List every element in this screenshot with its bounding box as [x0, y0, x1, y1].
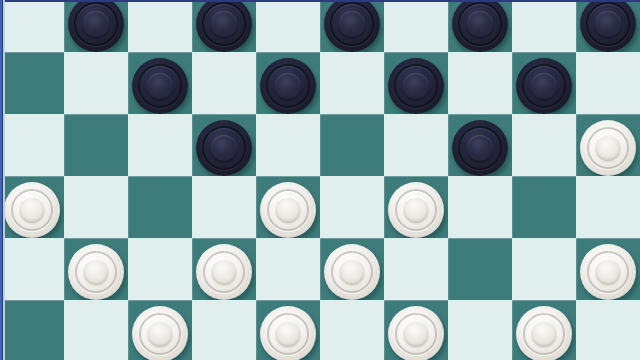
- board-square[interactable]: [64, 0, 128, 52]
- white-checker[interactable]: [324, 244, 380, 300]
- board-square[interactable]: [256, 300, 320, 360]
- board-square[interactable]: [384, 114, 448, 176]
- black-checker[interactable]: [196, 120, 252, 176]
- white-checker[interactable]: [68, 244, 124, 300]
- board-square[interactable]: [256, 114, 320, 176]
- white-checker[interactable]: [580, 120, 636, 176]
- board-square[interactable]: [192, 300, 256, 360]
- black-checker[interactable]: [132, 58, 188, 114]
- white-checker[interactable]: [516, 306, 572, 360]
- black-checker[interactable]: [452, 0, 508, 52]
- board-square[interactable]: [320, 0, 384, 52]
- board-square[interactable]: [256, 238, 320, 300]
- game-window: [0, 0, 640, 360]
- white-checker[interactable]: [132, 306, 188, 360]
- board-square[interactable]: [64, 114, 128, 176]
- board-square[interactable]: [192, 0, 256, 52]
- board-square[interactable]: [64, 52, 128, 114]
- board-square[interactable]: [576, 176, 640, 238]
- white-checker[interactable]: [388, 306, 444, 360]
- board-square[interactable]: [64, 238, 128, 300]
- board-square[interactable]: [448, 300, 512, 360]
- board-square[interactable]: [576, 0, 640, 52]
- window-frame-left: [0, 0, 5, 360]
- board-square[interactable]: [320, 114, 384, 176]
- board-square[interactable]: [256, 52, 320, 114]
- board-square[interactable]: [320, 52, 384, 114]
- board-square[interactable]: [576, 52, 640, 114]
- board-square[interactable]: [128, 238, 192, 300]
- black-checker[interactable]: [452, 120, 508, 176]
- window-frame-top: [0, 0, 640, 2]
- black-checker[interactable]: [260, 58, 316, 114]
- board-square[interactable]: [192, 114, 256, 176]
- board-square[interactable]: [384, 238, 448, 300]
- board-square[interactable]: [320, 300, 384, 360]
- board-square[interactable]: [448, 238, 512, 300]
- board-square[interactable]: [128, 300, 192, 360]
- board-square[interactable]: [192, 52, 256, 114]
- board-square[interactable]: [128, 0, 192, 52]
- board-square[interactable]: [384, 52, 448, 114]
- black-checker[interactable]: [580, 0, 636, 52]
- board-square[interactable]: [0, 300, 64, 360]
- black-checker[interactable]: [196, 0, 252, 52]
- white-checker[interactable]: [4, 182, 60, 238]
- board-square[interactable]: [0, 114, 64, 176]
- board-square[interactable]: [384, 176, 448, 238]
- black-checker[interactable]: [388, 58, 444, 114]
- board-square[interactable]: [384, 300, 448, 360]
- black-checker[interactable]: [68, 0, 124, 52]
- board-square[interactable]: [256, 176, 320, 238]
- black-checker[interactable]: [516, 58, 572, 114]
- board-square[interactable]: [384, 0, 448, 52]
- board-square[interactable]: [128, 176, 192, 238]
- board-square[interactable]: [448, 0, 512, 52]
- white-checker[interactable]: [260, 182, 316, 238]
- board-square[interactable]: [0, 238, 64, 300]
- board-square[interactable]: [0, 52, 64, 114]
- white-checker[interactable]: [580, 244, 636, 300]
- board-square[interactable]: [192, 238, 256, 300]
- black-checker[interactable]: [324, 0, 380, 52]
- board-square[interactable]: [0, 0, 64, 52]
- board-square[interactable]: [64, 176, 128, 238]
- board-square[interactable]: [128, 52, 192, 114]
- board-square[interactable]: [448, 114, 512, 176]
- white-checker[interactable]: [388, 182, 444, 238]
- board-square[interactable]: [0, 176, 64, 238]
- board-square[interactable]: [128, 114, 192, 176]
- board-square[interactable]: [320, 238, 384, 300]
- white-checker[interactable]: [196, 244, 252, 300]
- board-square[interactable]: [512, 238, 576, 300]
- board-square[interactable]: [512, 52, 576, 114]
- board-square[interactable]: [512, 0, 576, 52]
- board-square[interactable]: [512, 300, 576, 360]
- board-square[interactable]: [64, 300, 128, 360]
- board: [0, 0, 640, 360]
- board-square[interactable]: [512, 176, 576, 238]
- board-square[interactable]: [192, 176, 256, 238]
- board-square[interactable]: [448, 176, 512, 238]
- board-square[interactable]: [320, 176, 384, 238]
- board-square[interactable]: [256, 0, 320, 52]
- board-square[interactable]: [448, 52, 512, 114]
- board-square[interactable]: [512, 114, 576, 176]
- board-square[interactable]: [576, 114, 640, 176]
- white-checker[interactable]: [260, 306, 316, 360]
- board-square[interactable]: [576, 300, 640, 360]
- board-square[interactable]: [576, 238, 640, 300]
